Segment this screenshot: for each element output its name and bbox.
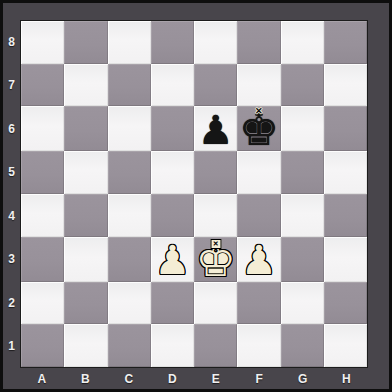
square-d2[interactable] <box>151 282 194 325</box>
chess-board: ♟♚✕♟♚✕♟ <box>20 20 368 368</box>
file-label-e: E <box>194 368 238 389</box>
rank-labels: 87654321 <box>3 20 20 368</box>
rank-label-6: 6 <box>3 107 20 151</box>
square-b4[interactable] <box>64 194 107 237</box>
square-d7[interactable] <box>151 64 194 107</box>
square-a4[interactable] <box>21 194 64 237</box>
square-e1[interactable] <box>194 324 237 367</box>
square-h1[interactable] <box>324 324 367 367</box>
file-label-g: G <box>281 368 325 389</box>
rank-label-5: 5 <box>3 151 20 195</box>
square-f5[interactable] <box>237 151 280 194</box>
square-a1[interactable] <box>21 324 64 367</box>
square-h8[interactable] <box>324 21 367 64</box>
square-g8[interactable] <box>281 21 324 64</box>
square-c4[interactable] <box>108 194 151 237</box>
square-h3[interactable] <box>324 237 367 282</box>
square-b2[interactable] <box>64 282 107 325</box>
square-c5[interactable] <box>108 151 151 194</box>
square-f3[interactable]: ♟ <box>237 237 280 282</box>
square-e3[interactable]: ♚✕ <box>194 237 237 282</box>
square-a3[interactable] <box>21 237 64 282</box>
square-d6[interactable] <box>151 106 194 151</box>
file-label-c: C <box>107 368 151 389</box>
square-e8[interactable] <box>194 21 237 64</box>
square-e4[interactable] <box>194 194 237 237</box>
white-pawn[interactable]: ♟ <box>154 240 190 280</box>
square-e5[interactable] <box>194 151 237 194</box>
square-h2[interactable] <box>324 282 367 325</box>
square-a5[interactable] <box>21 151 64 194</box>
rank-label-3: 3 <box>3 238 20 282</box>
square-f6[interactable]: ♚✕ <box>237 106 280 151</box>
square-b3[interactable] <box>64 237 107 282</box>
file-label-d: D <box>151 368 195 389</box>
square-b7[interactable] <box>64 64 107 107</box>
white-pawn[interactable]: ♟ <box>241 240 277 280</box>
square-a2[interactable] <box>21 282 64 325</box>
white-king[interactable]: ♚ <box>195 238 235 283</box>
square-e2[interactable] <box>194 282 237 325</box>
square-a7[interactable] <box>21 64 64 107</box>
square-h5[interactable] <box>324 151 367 194</box>
square-e6[interactable]: ♟ <box>194 106 237 151</box>
square-f4[interactable] <box>237 194 280 237</box>
square-f1[interactable] <box>237 324 280 367</box>
file-label-a: A <box>20 368 64 389</box>
square-g3[interactable] <box>281 237 324 282</box>
square-g2[interactable] <box>281 282 324 325</box>
square-d8[interactable] <box>151 21 194 64</box>
square-c1[interactable] <box>108 324 151 367</box>
black-pawn[interactable]: ♟ <box>198 110 234 150</box>
rank-label-7: 7 <box>3 64 20 108</box>
square-c8[interactable] <box>108 21 151 64</box>
square-f7[interactable] <box>237 64 280 107</box>
chess-board-frame: 87654321 ♟♚✕♟♚✕♟ ABCDEFGH <box>0 0 392 392</box>
square-d3[interactable]: ♟ <box>151 237 194 282</box>
black-king[interactable]: ♚ <box>239 107 279 152</box>
square-e7[interactable] <box>194 64 237 107</box>
file-label-b: B <box>64 368 108 389</box>
square-g5[interactable] <box>281 151 324 194</box>
square-f8[interactable] <box>237 21 280 64</box>
square-b1[interactable] <box>64 324 107 367</box>
square-g7[interactable] <box>281 64 324 107</box>
rank-label-4: 4 <box>3 194 20 238</box>
file-label-f: F <box>238 368 282 389</box>
square-d1[interactable] <box>151 324 194 367</box>
square-h6[interactable] <box>324 106 367 151</box>
square-c2[interactable] <box>108 282 151 325</box>
square-f2[interactable] <box>237 282 280 325</box>
square-h4[interactable] <box>324 194 367 237</box>
file-labels: ABCDEFGH <box>20 368 368 389</box>
square-g6[interactable] <box>281 106 324 151</box>
square-c6[interactable] <box>108 106 151 151</box>
square-b5[interactable] <box>64 151 107 194</box>
square-c3[interactable] <box>108 237 151 282</box>
rank-label-2: 2 <box>3 281 20 325</box>
square-b6[interactable] <box>64 106 107 151</box>
square-d4[interactable] <box>151 194 194 237</box>
file-label-h: H <box>325 368 369 389</box>
square-a6[interactable] <box>21 106 64 151</box>
square-c7[interactable] <box>108 64 151 107</box>
square-b8[interactable] <box>64 21 107 64</box>
square-a8[interactable] <box>21 21 64 64</box>
square-h7[interactable] <box>324 64 367 107</box>
rank-label-8: 8 <box>3 20 20 64</box>
square-d5[interactable] <box>151 151 194 194</box>
square-g1[interactable] <box>281 324 324 367</box>
rank-label-1: 1 <box>3 325 20 369</box>
square-g4[interactable] <box>281 194 324 237</box>
